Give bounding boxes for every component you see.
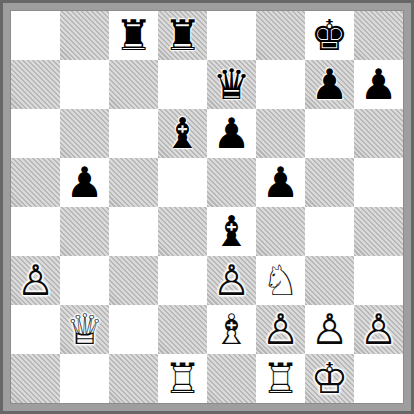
square-f7[interactable] (256, 60, 305, 109)
square-h5[interactable] (354, 158, 403, 207)
square-c4[interactable] (109, 207, 158, 256)
white-bishop[interactable]: ♗ (213, 309, 251, 351)
square-c1[interactable] (109, 354, 158, 403)
square-c3[interactable] (109, 256, 158, 305)
black-pawn[interactable]: ♟ (360, 64, 398, 106)
white-rook[interactable]: ♖ (262, 358, 300, 400)
square-b2[interactable]: ♕ (60, 305, 109, 354)
square-h7[interactable]: ♟ (354, 60, 403, 109)
board-frame: ♜♜♚♛♟♟♝♟♟♟♝♙♙♘♕♗♙♙♙♖♖♔ (0, 0, 414, 414)
square-f8[interactable] (256, 11, 305, 60)
square-h3[interactable] (354, 256, 403, 305)
square-c7[interactable] (109, 60, 158, 109)
black-bishop[interactable]: ♝ (164, 113, 202, 155)
square-e6[interactable]: ♟ (207, 109, 256, 158)
white-queen[interactable]: ♕ (66, 309, 104, 351)
square-a5[interactable] (11, 158, 60, 207)
square-a2[interactable] (11, 305, 60, 354)
white-pawn[interactable]: ♙ (213, 260, 251, 302)
black-queen[interactable]: ♛ (213, 64, 251, 106)
square-h4[interactable] (354, 207, 403, 256)
square-e4[interactable]: ♝ (207, 207, 256, 256)
black-pawn[interactable]: ♟ (311, 64, 349, 106)
square-a4[interactable] (11, 207, 60, 256)
square-d8[interactable]: ♜ (158, 11, 207, 60)
square-g4[interactable] (305, 207, 354, 256)
black-pawn[interactable]: ♟ (262, 162, 300, 204)
black-rook[interactable]: ♜ (164, 15, 202, 57)
chess-board: ♜♜♚♛♟♟♝♟♟♟♝♙♙♘♕♗♙♙♙♖♖♔ (11, 11, 403, 403)
square-b1[interactable] (60, 354, 109, 403)
square-e5[interactable] (207, 158, 256, 207)
square-g7[interactable]: ♟ (305, 60, 354, 109)
square-g5[interactable] (305, 158, 354, 207)
square-c2[interactable] (109, 305, 158, 354)
square-g1[interactable]: ♔ (305, 354, 354, 403)
square-d7[interactable] (158, 60, 207, 109)
square-g8[interactable]: ♚ (305, 11, 354, 60)
square-a7[interactable] (11, 60, 60, 109)
white-pawn[interactable]: ♙ (311, 309, 349, 351)
square-f1[interactable]: ♖ (256, 354, 305, 403)
white-pawn[interactable]: ♙ (17, 260, 55, 302)
square-f3[interactable]: ♘ (256, 256, 305, 305)
square-c6[interactable] (109, 109, 158, 158)
white-king[interactable]: ♔ (311, 358, 349, 400)
black-rook[interactable]: ♜ (115, 15, 153, 57)
square-b8[interactable] (60, 11, 109, 60)
square-a1[interactable] (11, 354, 60, 403)
square-b5[interactable]: ♟ (60, 158, 109, 207)
square-g2[interactable]: ♙ (305, 305, 354, 354)
square-h6[interactable] (354, 109, 403, 158)
square-b4[interactable] (60, 207, 109, 256)
square-d1[interactable]: ♖ (158, 354, 207, 403)
square-f4[interactable] (256, 207, 305, 256)
square-d2[interactable] (158, 305, 207, 354)
square-e1[interactable] (207, 354, 256, 403)
square-e2[interactable]: ♗ (207, 305, 256, 354)
square-d6[interactable]: ♝ (158, 109, 207, 158)
square-b7[interactable] (60, 60, 109, 109)
square-f2[interactable]: ♙ (256, 305, 305, 354)
square-a3[interactable]: ♙ (11, 256, 60, 305)
square-h2[interactable]: ♙ (354, 305, 403, 354)
square-e8[interactable] (207, 11, 256, 60)
square-c5[interactable] (109, 158, 158, 207)
square-d3[interactable] (158, 256, 207, 305)
square-f6[interactable] (256, 109, 305, 158)
square-f5[interactable]: ♟ (256, 158, 305, 207)
square-h1[interactable] (354, 354, 403, 403)
black-pawn[interactable]: ♟ (213, 113, 251, 155)
square-b6[interactable] (60, 109, 109, 158)
white-pawn[interactable]: ♙ (262, 309, 300, 351)
white-rook[interactable]: ♖ (164, 358, 202, 400)
square-e3[interactable]: ♙ (207, 256, 256, 305)
square-e7[interactable]: ♛ (207, 60, 256, 109)
white-pawn[interactable]: ♙ (360, 309, 398, 351)
square-d5[interactable] (158, 158, 207, 207)
square-g3[interactable] (305, 256, 354, 305)
black-pawn[interactable]: ♟ (66, 162, 104, 204)
square-a8[interactable] (11, 11, 60, 60)
white-knight[interactable]: ♘ (262, 260, 300, 302)
square-c8[interactable]: ♜ (109, 11, 158, 60)
square-h8[interactable] (354, 11, 403, 60)
square-b3[interactable] (60, 256, 109, 305)
square-a6[interactable] (11, 109, 60, 158)
black-king[interactable]: ♚ (311, 15, 349, 57)
square-g6[interactable] (305, 109, 354, 158)
black-bishop[interactable]: ♝ (213, 211, 251, 253)
square-d4[interactable] (158, 207, 207, 256)
